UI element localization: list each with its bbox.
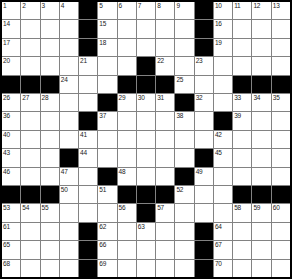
blocked-cell bbox=[195, 260, 213, 277]
crossword-cell[interactable] bbox=[272, 39, 290, 56]
crossword-grid: 1234567891011121314151617181920212223242… bbox=[0, 0, 292, 279]
crossword-cell[interactable]: 27 bbox=[21, 94, 39, 111]
clue-number: 51 bbox=[99, 186, 106, 194]
blocked-cell bbox=[252, 186, 270, 203]
crossword-cell[interactable]: 59 bbox=[252, 204, 270, 221]
crossword-cell[interactable]: 8 bbox=[156, 2, 174, 19]
crossword-cell[interactable] bbox=[118, 131, 136, 148]
clue-number: 54 bbox=[22, 204, 29, 212]
crossword-cell[interactable] bbox=[98, 149, 116, 166]
crossword-cell[interactable]: 3 bbox=[41, 2, 59, 19]
crossword-cell[interactable] bbox=[214, 204, 232, 221]
clue-number: 23 bbox=[196, 57, 203, 65]
clue-number: 25 bbox=[176, 76, 183, 84]
blocked-cell bbox=[79, 20, 97, 37]
crossword-cell[interactable]: 5 bbox=[98, 2, 116, 19]
crossword-cell[interactable] bbox=[60, 131, 78, 148]
blocked-cell bbox=[137, 186, 155, 203]
clue-number: 59 bbox=[253, 204, 260, 212]
crossword-cell[interactable] bbox=[60, 260, 78, 277]
crossword-cell[interactable]: 57 bbox=[156, 204, 174, 221]
crossword-cell[interactable] bbox=[175, 149, 193, 166]
crossword-cell[interactable]: 53 bbox=[2, 204, 20, 221]
crossword-cell[interactable] bbox=[21, 131, 39, 148]
crossword-cell[interactable] bbox=[214, 186, 232, 203]
blocked-cell bbox=[79, 2, 97, 19]
crossword-cell[interactable]: 58 bbox=[233, 204, 251, 221]
crossword-cell[interactable]: 1 bbox=[2, 2, 20, 19]
blocked-cell bbox=[79, 112, 97, 129]
clue-number: 56 bbox=[119, 204, 126, 212]
crossword-cell[interactable] bbox=[137, 149, 155, 166]
crossword-cell[interactable] bbox=[252, 260, 270, 277]
crossword-cell[interactable] bbox=[272, 223, 290, 240]
crossword-cell[interactable]: 28 bbox=[41, 94, 59, 111]
crossword-cell[interactable] bbox=[252, 241, 270, 258]
crossword-cell[interactable]: 14 bbox=[2, 20, 20, 37]
clue-number: 40 bbox=[3, 131, 10, 139]
blocked-cell bbox=[41, 186, 59, 203]
blocked-cell bbox=[195, 20, 213, 37]
crossword-cell[interactable]: 21 bbox=[79, 57, 97, 74]
crossword-cell[interactable] bbox=[156, 131, 174, 148]
crossword-cell[interactable] bbox=[252, 131, 270, 148]
crossword-cell[interactable]: 11 bbox=[233, 2, 251, 19]
crossword-cell[interactable] bbox=[214, 168, 232, 185]
crossword-cell[interactable] bbox=[118, 112, 136, 129]
clue-number: 36 bbox=[3, 112, 10, 120]
crossword-cell[interactable]: 60 bbox=[272, 204, 290, 221]
crossword-cell[interactable]: 16 bbox=[214, 20, 232, 37]
crossword-cell[interactable]: 9 bbox=[175, 2, 193, 19]
crossword-cell[interactable]: 34 bbox=[252, 94, 270, 111]
clue-number: 69 bbox=[99, 260, 106, 268]
crossword-cell[interactable]: 64 bbox=[214, 223, 232, 240]
blocked-cell bbox=[79, 223, 97, 240]
crossword-cell[interactable] bbox=[175, 57, 193, 74]
clue-number: 64 bbox=[215, 223, 222, 231]
clue-number: 53 bbox=[3, 204, 10, 212]
blocked-cell bbox=[21, 186, 39, 203]
crossword-cell[interactable] bbox=[156, 39, 174, 56]
crossword-cell[interactable] bbox=[41, 131, 59, 148]
crossword-cell[interactable]: 51 bbox=[98, 186, 116, 203]
crossword-cell[interactable]: 12 bbox=[252, 2, 270, 19]
crossword-cell[interactable] bbox=[175, 204, 193, 221]
crossword-cell[interactable] bbox=[60, 94, 78, 111]
crossword-cell[interactable] bbox=[98, 76, 116, 93]
clue-number: 20 bbox=[3, 57, 10, 65]
crossword-cell[interactable]: 4 bbox=[60, 2, 78, 19]
blocked-cell bbox=[233, 186, 251, 203]
clue-number: 61 bbox=[3, 223, 10, 231]
blocked-cell bbox=[21, 76, 39, 93]
crossword-cell[interactable] bbox=[118, 223, 136, 240]
clue-number: 5 bbox=[99, 2, 102, 10]
blocked-cell bbox=[79, 241, 97, 258]
crossword-cell[interactable]: 15 bbox=[98, 20, 116, 37]
clue-number: 7 bbox=[138, 2, 141, 10]
crossword-cell[interactable] bbox=[233, 57, 251, 74]
clue-number: 58 bbox=[234, 204, 241, 212]
crossword-cell[interactable] bbox=[98, 204, 116, 221]
crossword-cell[interactable] bbox=[60, 39, 78, 56]
crossword-cell[interactable] bbox=[272, 168, 290, 185]
crossword-cell[interactable]: 68 bbox=[2, 260, 20, 277]
crossword-cell[interactable]: 56 bbox=[118, 204, 136, 221]
clue-number: 22 bbox=[157, 57, 164, 65]
crossword-cell[interactable] bbox=[233, 149, 251, 166]
crossword-cell[interactable] bbox=[79, 94, 97, 111]
crossword-cell[interactable] bbox=[41, 260, 59, 277]
blocked-cell bbox=[272, 76, 290, 93]
crossword-cell[interactable] bbox=[252, 20, 270, 37]
crossword-cell[interactable] bbox=[156, 20, 174, 37]
clue-number: 37 bbox=[99, 112, 106, 120]
crossword-cell[interactable]: 40 bbox=[2, 131, 20, 148]
crossword-cell[interactable] bbox=[272, 57, 290, 74]
crossword-cell[interactable] bbox=[156, 149, 174, 166]
crossword-cell[interactable] bbox=[21, 260, 39, 277]
clue-number: 13 bbox=[273, 2, 280, 10]
blocked-cell bbox=[156, 186, 174, 203]
blocked-cell bbox=[156, 76, 174, 93]
clue-number: 31 bbox=[157, 94, 164, 102]
clue-number: 26 bbox=[3, 94, 10, 102]
crossword-cell[interactable]: 66 bbox=[98, 241, 116, 258]
crossword-cell[interactable] bbox=[60, 204, 78, 221]
crossword-cell[interactable] bbox=[233, 241, 251, 258]
crossword-cell[interactable] bbox=[272, 131, 290, 148]
crossword-cell[interactable] bbox=[41, 241, 59, 258]
clue-number: 19 bbox=[215, 39, 222, 47]
blocked-cell bbox=[195, 2, 213, 19]
crossword-cell[interactable] bbox=[21, 168, 39, 185]
crossword-cell[interactable] bbox=[60, 112, 78, 129]
clue-number: 50 bbox=[61, 186, 68, 194]
blocked-cell bbox=[252, 76, 270, 93]
clue-number: 66 bbox=[99, 241, 106, 249]
crossword-cell[interactable]: 10 bbox=[214, 2, 232, 19]
clue-number: 46 bbox=[3, 168, 10, 176]
clue-number: 49 bbox=[196, 168, 203, 176]
crossword-cell[interactable] bbox=[41, 39, 59, 56]
clue-number: 3 bbox=[42, 2, 45, 10]
blocked-cell bbox=[195, 241, 213, 258]
crossword-cell[interactable] bbox=[175, 241, 193, 258]
crossword-cell[interactable]: 54 bbox=[21, 204, 39, 221]
crossword-cell[interactable] bbox=[252, 149, 270, 166]
crossword-cell[interactable]: 55 bbox=[41, 204, 59, 221]
blocked-cell bbox=[118, 76, 136, 93]
clue-number: 39 bbox=[234, 112, 241, 120]
clue-number: 48 bbox=[119, 168, 126, 176]
blocked-cell bbox=[272, 186, 290, 203]
crossword-cell[interactable] bbox=[137, 241, 155, 258]
crossword-cell[interactable] bbox=[156, 223, 174, 240]
crossword-cell[interactable] bbox=[156, 112, 174, 129]
crossword-cell[interactable]: 35 bbox=[272, 94, 290, 111]
crossword-cell[interactable] bbox=[195, 186, 213, 203]
crossword-cell[interactable] bbox=[175, 39, 193, 56]
clue-number: 4 bbox=[61, 2, 64, 10]
crossword-cell[interactable]: 36 bbox=[2, 112, 20, 129]
crossword-cell[interactable] bbox=[175, 131, 193, 148]
crossword-cell[interactable]: 29 bbox=[118, 94, 136, 111]
crossword-cell[interactable] bbox=[118, 39, 136, 56]
clue-number: 68 bbox=[3, 260, 10, 268]
blocked-cell bbox=[195, 223, 213, 240]
blocked-cell bbox=[79, 260, 97, 277]
crossword-cell[interactable] bbox=[137, 260, 155, 277]
crossword-cell[interactable]: 19 bbox=[214, 39, 232, 56]
crossword-cell[interactable] bbox=[79, 204, 97, 221]
crossword-cell[interactable]: 13 bbox=[272, 2, 290, 19]
crossword-cell[interactable] bbox=[137, 39, 155, 56]
crossword-cell[interactable] bbox=[137, 131, 155, 148]
crossword-cell[interactable] bbox=[21, 223, 39, 240]
crossword-cell[interactable]: 20 bbox=[2, 57, 20, 74]
crossword-cell[interactable] bbox=[156, 168, 174, 185]
crossword-cell[interactable] bbox=[252, 57, 270, 74]
crossword-cell[interactable]: 38 bbox=[175, 112, 193, 129]
crossword-cell[interactable]: 31 bbox=[156, 94, 174, 111]
blocked-cell bbox=[137, 204, 155, 221]
blocked-cell bbox=[214, 112, 232, 129]
crossword-cell[interactable]: 45 bbox=[214, 149, 232, 166]
crossword-cell[interactable] bbox=[60, 20, 78, 37]
clue-number: 6 bbox=[119, 2, 122, 10]
clue-number: 43 bbox=[3, 149, 10, 157]
clue-number: 21 bbox=[80, 57, 87, 65]
crossword-cell[interactable]: 48 bbox=[118, 168, 136, 185]
crossword-cell[interactable] bbox=[21, 39, 39, 56]
crossword-cell[interactable]: 24 bbox=[60, 76, 78, 93]
crossword-cell[interactable] bbox=[41, 168, 59, 185]
crossword-cell[interactable] bbox=[60, 223, 78, 240]
crossword-cell[interactable] bbox=[175, 20, 193, 37]
crossword-cell[interactable] bbox=[21, 241, 39, 258]
crossword-cell[interactable] bbox=[272, 149, 290, 166]
clue-number: 1 bbox=[3, 2, 6, 10]
clue-number: 29 bbox=[119, 94, 126, 102]
blocked-cell bbox=[60, 149, 78, 166]
crossword-cell[interactable]: 70 bbox=[214, 260, 232, 277]
clue-number: 44 bbox=[80, 149, 87, 157]
crossword-cell[interactable] bbox=[60, 241, 78, 258]
crossword-cell[interactable] bbox=[195, 112, 213, 129]
clue-number: 32 bbox=[196, 94, 203, 102]
clue-number: 12 bbox=[253, 2, 260, 10]
clue-number: 11 bbox=[234, 2, 240, 10]
crossword-cell[interactable]: 62 bbox=[98, 223, 116, 240]
clue-number: 8 bbox=[157, 2, 160, 10]
clue-number: 47 bbox=[61, 168, 68, 176]
crossword-cell[interactable] bbox=[214, 94, 232, 111]
clue-number: 60 bbox=[273, 204, 280, 212]
crossword-cell[interactable]: 17 bbox=[2, 39, 20, 56]
clue-number: 28 bbox=[42, 94, 49, 102]
blocked-cell bbox=[41, 76, 59, 93]
blocked-cell bbox=[175, 168, 193, 185]
crossword-cell[interactable] bbox=[118, 149, 136, 166]
blocked-cell bbox=[2, 186, 20, 203]
crossword-cell[interactable] bbox=[41, 20, 59, 37]
crossword-cell[interactable] bbox=[21, 112, 39, 129]
blocked-cell bbox=[98, 94, 116, 111]
crossword-cell[interactable] bbox=[272, 260, 290, 277]
blocked-cell bbox=[98, 168, 116, 185]
crossword-cell[interactable] bbox=[137, 20, 155, 37]
crossword-cell[interactable]: 52 bbox=[175, 186, 193, 203]
blocked-cell bbox=[175, 94, 193, 111]
crossword-cell[interactable] bbox=[79, 168, 97, 185]
clue-number: 18 bbox=[99, 39, 106, 47]
clue-number: 16 bbox=[215, 20, 222, 28]
clue-number: 62 bbox=[99, 223, 106, 231]
crossword-cell[interactable]: 37 bbox=[98, 112, 116, 129]
crossword-cell[interactable] bbox=[272, 241, 290, 258]
crossword-cell[interactable] bbox=[118, 241, 136, 258]
clue-number: 24 bbox=[61, 76, 68, 84]
crossword-cell[interactable] bbox=[195, 76, 213, 93]
clue-number: 27 bbox=[22, 94, 29, 102]
clue-number: 63 bbox=[138, 223, 145, 231]
crossword-cell[interactable] bbox=[118, 260, 136, 277]
crossword-cell[interactable]: 44 bbox=[79, 149, 97, 166]
clue-number: 65 bbox=[3, 241, 10, 249]
crossword-cell[interactable] bbox=[214, 76, 232, 93]
crossword-cell[interactable]: 18 bbox=[98, 39, 116, 56]
blocked-cell bbox=[195, 149, 213, 166]
crossword-cell[interactable] bbox=[214, 57, 232, 74]
clue-number: 35 bbox=[273, 94, 280, 102]
clue-number: 9 bbox=[176, 2, 179, 10]
crossword-cell[interactable] bbox=[137, 112, 155, 129]
crossword-cell[interactable]: 43 bbox=[2, 149, 20, 166]
crossword-cell[interactable] bbox=[252, 168, 270, 185]
crossword-cell[interactable]: 25 bbox=[175, 76, 193, 93]
blocked-cell bbox=[79, 39, 97, 56]
crossword-cell[interactable]: 23 bbox=[195, 57, 213, 74]
clue-number: 10 bbox=[215, 2, 222, 10]
crossword-cell[interactable] bbox=[175, 260, 193, 277]
crossword-cell[interactable]: 69 bbox=[98, 260, 116, 277]
crossword-cell[interactable] bbox=[41, 112, 59, 129]
clue-number: 17 bbox=[3, 39, 10, 47]
crossword-cell[interactable]: 50 bbox=[60, 186, 78, 203]
crossword-cell[interactable]: 63 bbox=[137, 223, 155, 240]
crossword-cell[interactable] bbox=[233, 39, 251, 56]
crossword-cell[interactable]: 6 bbox=[118, 2, 136, 19]
clue-number: 42 bbox=[215, 131, 222, 139]
clue-number: 14 bbox=[3, 20, 10, 28]
clue-number: 34 bbox=[253, 94, 260, 102]
clue-number: 15 bbox=[99, 20, 106, 28]
crossword-cell[interactable] bbox=[98, 131, 116, 148]
crossword-cell[interactable] bbox=[252, 223, 270, 240]
crossword-cell[interactable] bbox=[195, 131, 213, 148]
crossword-cell[interactable]: 65 bbox=[2, 241, 20, 258]
crossword-cell[interactable] bbox=[233, 20, 251, 37]
crossword-cell[interactable] bbox=[233, 168, 251, 185]
blocked-cell bbox=[233, 76, 251, 93]
crossword-cell[interactable] bbox=[79, 186, 97, 203]
crossword-cell[interactable] bbox=[41, 149, 59, 166]
blocked-cell bbox=[118, 186, 136, 203]
crossword-cell[interactable]: 49 bbox=[195, 168, 213, 185]
crossword-cell[interactable]: 7 bbox=[137, 2, 155, 19]
crossword-cell[interactable]: 47 bbox=[60, 168, 78, 185]
clue-number: 30 bbox=[138, 94, 145, 102]
crossword-cell[interactable]: 67 bbox=[214, 241, 232, 258]
crossword-cell[interactable] bbox=[79, 76, 97, 93]
clue-number: 38 bbox=[176, 112, 183, 120]
clue-number: 67 bbox=[215, 241, 222, 249]
crossword-cell[interactable] bbox=[137, 168, 155, 185]
crossword-cell[interactable]: 22 bbox=[156, 57, 174, 74]
blocked-cell bbox=[195, 39, 213, 56]
crossword-cell[interactable] bbox=[156, 260, 174, 277]
crossword-cell[interactable]: 2 bbox=[21, 2, 39, 19]
crossword-cell[interactable]: 32 bbox=[195, 94, 213, 111]
crossword-cell[interactable]: 30 bbox=[137, 94, 155, 111]
clue-number: 70 bbox=[215, 260, 222, 268]
crossword-cell[interactable] bbox=[252, 39, 270, 56]
clue-number: 52 bbox=[176, 186, 183, 194]
crossword-cell[interactable]: 41 bbox=[79, 131, 97, 148]
blocked-cell bbox=[137, 76, 155, 93]
crossword-cell[interactable] bbox=[21, 149, 39, 166]
crossword-cell[interactable] bbox=[118, 57, 136, 74]
crossword-cell[interactable] bbox=[252, 112, 270, 129]
clue-number: 41 bbox=[80, 131, 87, 139]
clue-number: 2 bbox=[22, 2, 25, 10]
blocked-cell bbox=[2, 76, 20, 93]
crossword-cell[interactable]: 26 bbox=[2, 94, 20, 111]
crossword-cell[interactable] bbox=[156, 241, 174, 258]
crossword-cell[interactable]: 61 bbox=[2, 223, 20, 240]
crossword-cell[interactable] bbox=[272, 20, 290, 37]
crossword-cell[interactable] bbox=[60, 57, 78, 74]
clue-number: 57 bbox=[157, 204, 164, 212]
clue-number: 33 bbox=[234, 94, 241, 102]
crossword-cell[interactable]: 33 bbox=[233, 94, 251, 111]
clue-number: 55 bbox=[42, 204, 49, 212]
crossword-cell[interactable] bbox=[41, 57, 59, 74]
crossword-cell[interactable]: 39 bbox=[233, 112, 251, 129]
crossword-cell[interactable] bbox=[195, 204, 213, 221]
crossword-cell[interactable] bbox=[118, 20, 136, 37]
crossword-cell[interactable] bbox=[233, 131, 251, 148]
clue-number: 45 bbox=[215, 149, 222, 157]
crossword-cell[interactable]: 46 bbox=[2, 168, 20, 185]
crossword-cell[interactable] bbox=[41, 223, 59, 240]
crossword-cell[interactable] bbox=[175, 223, 193, 240]
crossword-cell[interactable] bbox=[272, 112, 290, 129]
crossword-cell[interactable] bbox=[233, 260, 251, 277]
crossword-cell[interactable]: 42 bbox=[214, 131, 232, 148]
crossword-cell[interactable] bbox=[98, 57, 116, 74]
blocked-cell bbox=[137, 57, 155, 74]
crossword-cell[interactable] bbox=[233, 223, 251, 240]
crossword-cell[interactable] bbox=[21, 57, 39, 74]
crossword-cell[interactable] bbox=[21, 20, 39, 37]
